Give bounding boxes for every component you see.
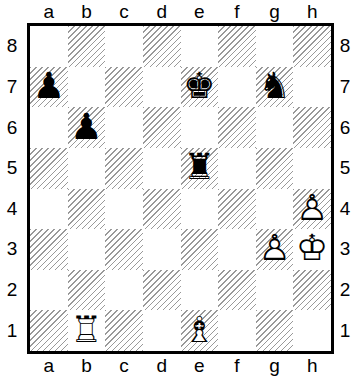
rank-label: 5 (333, 148, 357, 189)
rank-label: 3 (0, 229, 24, 270)
square-a3[interactable] (30, 229, 68, 270)
square-b1[interactable]: ♜♖ (68, 310, 106, 351)
square-f7[interactable] (218, 67, 256, 108)
piece-white-pawn[interactable]: ♟♙ (293, 189, 331, 230)
square-a4[interactable] (30, 189, 68, 230)
file-label: a (30, 0, 68, 23)
file-label: h (293, 0, 331, 23)
square-e2[interactable] (181, 270, 219, 311)
square-g3[interactable]: ♟♙ (256, 229, 294, 270)
square-a2[interactable] (30, 270, 68, 311)
square-e3[interactable] (181, 229, 219, 270)
piece-black-king[interactable]: ♚ (181, 67, 219, 108)
chess-board: ♟♚♞♟♜♟♙♟♙♚♔♜♖♝♗ (27, 23, 334, 354)
square-h2[interactable] (293, 270, 331, 311)
square-c1[interactable] (105, 310, 143, 351)
piece-black-rook[interactable]: ♜ (181, 148, 219, 189)
square-g7[interactable]: ♞ (256, 67, 294, 108)
square-f1[interactable] (218, 310, 256, 351)
square-e8[interactable] (181, 26, 219, 67)
square-g5[interactable] (256, 148, 294, 189)
square-a7[interactable]: ♟ (30, 67, 68, 108)
square-a8[interactable] (30, 26, 68, 67)
square-c6[interactable] (105, 107, 143, 148)
square-d3[interactable] (143, 229, 181, 270)
square-h3[interactable]: ♚♔ (293, 229, 331, 270)
square-e6[interactable] (181, 107, 219, 148)
square-h7[interactable] (293, 67, 331, 108)
file-label: e (181, 353, 219, 381)
square-h4[interactable]: ♟♙ (293, 189, 331, 230)
square-h1[interactable] (293, 310, 331, 351)
piece-black-pawn[interactable]: ♟ (68, 107, 106, 148)
rank-label: 8 (333, 26, 357, 67)
square-d8[interactable] (143, 26, 181, 67)
piece-white-king[interactable]: ♚♔ (293, 229, 331, 270)
rank-label: 6 (333, 107, 357, 148)
square-g8[interactable] (256, 26, 294, 67)
square-f2[interactable] (218, 270, 256, 311)
square-f4[interactable] (218, 189, 256, 230)
piece-black-pawn[interactable]: ♟ (30, 67, 68, 108)
file-labels-top: a b c d e f g h (30, 0, 331, 23)
square-g1[interactable] (256, 310, 294, 351)
rank-label: 2 (333, 270, 357, 311)
square-g2[interactable] (256, 270, 294, 311)
file-label: f (218, 0, 256, 23)
square-b2[interactable] (68, 270, 106, 311)
square-c4[interactable] (105, 189, 143, 230)
square-e5[interactable]: ♜ (181, 148, 219, 189)
square-f5[interactable] (218, 148, 256, 189)
rank-label: 1 (333, 310, 357, 351)
square-c3[interactable] (105, 229, 143, 270)
rank-label: 7 (0, 67, 24, 108)
square-g6[interactable] (256, 107, 294, 148)
square-d1[interactable] (143, 310, 181, 351)
rank-labels-left: 8 7 6 5 4 3 2 1 (0, 26, 24, 351)
square-d2[interactable] (143, 270, 181, 311)
square-a5[interactable] (30, 148, 68, 189)
square-b5[interactable] (68, 148, 106, 189)
rank-label: 5 (0, 148, 24, 189)
square-e7[interactable]: ♚ (181, 67, 219, 108)
square-e4[interactable] (181, 189, 219, 230)
file-labels-bottom: a b c d e f g h (30, 353, 331, 381)
square-h8[interactable] (293, 26, 331, 67)
file-label: b (68, 353, 106, 381)
rank-label: 2 (0, 270, 24, 311)
file-label: h (293, 353, 331, 381)
piece-white-pawn[interactable]: ♟♙ (256, 229, 294, 270)
rank-label: 8 (0, 26, 24, 67)
square-d6[interactable] (143, 107, 181, 148)
rank-label: 6 (0, 107, 24, 148)
file-label: a (30, 353, 68, 381)
file-label: c (105, 0, 143, 23)
square-a6[interactable] (30, 107, 68, 148)
square-f8[interactable] (218, 26, 256, 67)
file-label: g (256, 0, 294, 23)
rank-label: 3 (333, 229, 357, 270)
square-e1[interactable]: ♝♗ (181, 310, 219, 351)
rank-label: 4 (333, 189, 357, 230)
square-b7[interactable] (68, 67, 106, 108)
piece-white-rook[interactable]: ♜♖ (68, 310, 106, 351)
file-label: b (68, 0, 106, 23)
square-d4[interactable] (143, 189, 181, 230)
piece-black-knight[interactable]: ♞ (256, 67, 294, 108)
square-b6[interactable]: ♟ (68, 107, 106, 148)
rank-label: 4 (0, 189, 24, 230)
square-b8[interactable] (68, 26, 106, 67)
rank-label: 7 (333, 67, 357, 108)
square-f3[interactable] (218, 229, 256, 270)
file-label: c (105, 353, 143, 381)
square-g4[interactable] (256, 189, 294, 230)
square-f6[interactable] (218, 107, 256, 148)
file-label: f (218, 353, 256, 381)
square-c2[interactable] (105, 270, 143, 311)
file-label: e (181, 0, 219, 23)
rank-label: 1 (0, 310, 24, 351)
chess-diagram: a b c d e f g h 8 7 6 5 4 3 2 1 ♟♚♞♟♜♟♙♟… (0, 0, 359, 381)
file-label: d (143, 0, 181, 23)
square-h6[interactable] (293, 107, 331, 148)
square-c5[interactable] (105, 148, 143, 189)
square-d5[interactable] (143, 148, 181, 189)
square-c7[interactable] (105, 67, 143, 108)
square-c8[interactable] (105, 26, 143, 67)
rank-labels-right: 8 7 6 5 4 3 2 1 (333, 26, 357, 351)
square-h5[interactable] (293, 148, 331, 189)
square-b4[interactable] (68, 189, 106, 230)
piece-white-bishop[interactable]: ♝♗ (181, 310, 219, 351)
file-label: d (143, 353, 181, 381)
square-a1[interactable] (30, 310, 68, 351)
square-d7[interactable] (143, 67, 181, 108)
square-b3[interactable] (68, 229, 106, 270)
file-label: g (256, 353, 294, 381)
